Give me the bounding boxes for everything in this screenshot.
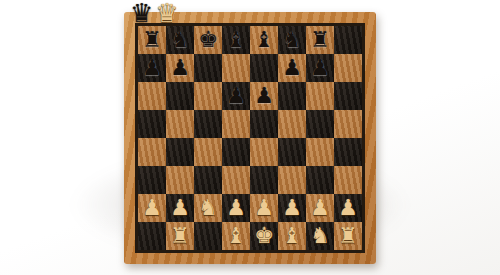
square-e5[interactable] (250, 110, 278, 138)
square-h2[interactable]: ♟ (334, 194, 362, 222)
piece-white-rook[interactable]: ♜ (170, 225, 190, 247)
square-b1[interactable]: ♜ (166, 222, 194, 250)
square-c1[interactable] (194, 222, 222, 250)
captured-black-queen[interactable]: ♛ (130, 0, 153, 26)
square-f8[interactable]: ♞ (278, 26, 306, 54)
piece-white-knight[interactable]: ♞ (310, 225, 330, 247)
square-a6[interactable] (138, 82, 166, 110)
square-a1[interactable] (138, 222, 166, 250)
square-b6[interactable] (166, 82, 194, 110)
square-h6[interactable] (334, 82, 362, 110)
chess-board: ♜♞♚♝♝♞♜♟♟♟♟♟♟♟♟♞♟♟♟♟♟♜♝♚♝♞♜ (138, 26, 362, 250)
piece-black-pawn[interactable]: ♟ (310, 57, 330, 79)
square-c8[interactable]: ♚ (194, 26, 222, 54)
piece-white-pawn[interactable]: ♟ (170, 197, 190, 219)
square-c3[interactable] (194, 166, 222, 194)
square-c2[interactable]: ♞ (194, 194, 222, 222)
square-f5[interactable] (278, 110, 306, 138)
board-field-border: ♜♞♚♝♝♞♜♟♟♟♟♟♟♟♟♞♟♟♟♟♟♜♝♚♝♞♜ (135, 23, 365, 253)
square-f7[interactable]: ♟ (278, 54, 306, 82)
square-h8[interactable] (334, 26, 362, 54)
piece-black-knight[interactable]: ♞ (170, 29, 190, 51)
square-g1[interactable]: ♞ (306, 222, 334, 250)
square-b8[interactable]: ♞ (166, 26, 194, 54)
piece-black-pawn[interactable]: ♟ (170, 57, 190, 79)
square-a2[interactable]: ♟ (138, 194, 166, 222)
piece-black-pawn[interactable]: ♟ (142, 57, 162, 79)
piece-black-pawn[interactable]: ♟ (254, 85, 274, 107)
square-a8[interactable]: ♜ (138, 26, 166, 54)
square-b7[interactable]: ♟ (166, 54, 194, 82)
captured-white-queen[interactable]: ♛ (155, 0, 178, 26)
square-d4[interactable] (222, 138, 250, 166)
square-h3[interactable] (334, 166, 362, 194)
piece-black-bishop[interactable]: ♝ (254, 29, 274, 51)
square-f1[interactable]: ♝ (278, 222, 306, 250)
piece-white-pawn[interactable]: ♟ (226, 197, 246, 219)
square-f2[interactable]: ♟ (278, 194, 306, 222)
square-d8[interactable]: ♝ (222, 26, 250, 54)
square-c4[interactable] (194, 138, 222, 166)
square-d7[interactable] (222, 54, 250, 82)
square-d6[interactable]: ♟ (222, 82, 250, 110)
piece-black-pawn[interactable]: ♟ (282, 57, 302, 79)
square-e8[interactable]: ♝ (250, 26, 278, 54)
piece-black-pawn[interactable]: ♟ (226, 85, 246, 107)
piece-white-pawn[interactable]: ♟ (282, 197, 302, 219)
square-h5[interactable] (334, 110, 362, 138)
square-d3[interactable] (222, 166, 250, 194)
square-g6[interactable] (306, 82, 334, 110)
piece-black-rook[interactable]: ♜ (310, 29, 330, 51)
piece-white-rook[interactable]: ♜ (338, 225, 358, 247)
square-a4[interactable] (138, 138, 166, 166)
square-a3[interactable] (138, 166, 166, 194)
piece-black-bishop[interactable]: ♝ (226, 29, 246, 51)
piece-white-bishop[interactable]: ♝ (226, 225, 246, 247)
piece-white-king[interactable]: ♚ (254, 225, 274, 247)
square-e7[interactable] (250, 54, 278, 82)
chess-photo-scene: ♛ ♛ ♜♞♚♝♝♞♜♟♟♟♟♟♟♟♟♞♟♟♟♟♟♜♝♚♝♞♜ (0, 0, 500, 275)
board-frame: ♜♞♚♝♝♞♜♟♟♟♟♟♟♟♟♞♟♟♟♟♟♜♝♚♝♞♜ (124, 12, 376, 264)
square-b5[interactable] (166, 110, 194, 138)
piece-white-knight[interactable]: ♞ (198, 197, 218, 219)
square-a7[interactable]: ♟ (138, 54, 166, 82)
square-c7[interactable] (194, 54, 222, 82)
piece-white-pawn[interactable]: ♟ (338, 197, 358, 219)
square-h1[interactable]: ♜ (334, 222, 362, 250)
square-d1[interactable]: ♝ (222, 222, 250, 250)
square-f4[interactable] (278, 138, 306, 166)
piece-black-rook[interactable]: ♜ (142, 29, 162, 51)
square-d5[interactable] (222, 110, 250, 138)
square-g5[interactable] (306, 110, 334, 138)
square-e2[interactable]: ♟ (250, 194, 278, 222)
square-b3[interactable] (166, 166, 194, 194)
square-e3[interactable] (250, 166, 278, 194)
piece-white-bishop[interactable]: ♝ (282, 225, 302, 247)
square-f3[interactable] (278, 166, 306, 194)
square-g8[interactable]: ♜ (306, 26, 334, 54)
square-e4[interactable] (250, 138, 278, 166)
square-b2[interactable]: ♟ (166, 194, 194, 222)
square-g4[interactable] (306, 138, 334, 166)
square-d2[interactable]: ♟ (222, 194, 250, 222)
square-b4[interactable] (166, 138, 194, 166)
square-h4[interactable] (334, 138, 362, 166)
piece-black-knight[interactable]: ♞ (282, 29, 302, 51)
square-f6[interactable] (278, 82, 306, 110)
square-e1[interactable]: ♚ (250, 222, 278, 250)
square-g2[interactable]: ♟ (306, 194, 334, 222)
square-c6[interactable] (194, 82, 222, 110)
piece-white-pawn[interactable]: ♟ (142, 197, 162, 219)
square-g3[interactable] (306, 166, 334, 194)
captured-queens-tray: ♛ ♛ (130, 0, 179, 26)
square-g7[interactable]: ♟ (306, 54, 334, 82)
piece-black-king[interactable]: ♚ (198, 29, 218, 51)
square-c5[interactable] (194, 110, 222, 138)
piece-white-pawn[interactable]: ♟ (310, 197, 330, 219)
square-a5[interactable] (138, 110, 166, 138)
square-e6[interactable]: ♟ (250, 82, 278, 110)
piece-white-pawn[interactable]: ♟ (254, 197, 274, 219)
square-h7[interactable] (334, 54, 362, 82)
